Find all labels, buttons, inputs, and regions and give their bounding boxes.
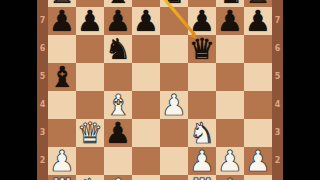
letterbox-left [0, 0, 37, 180]
square-a3[interactable] [48, 119, 76, 147]
square-c5[interactable] [104, 63, 132, 91]
square-f6[interactable]: ♛ [188, 35, 216, 63]
square-h3[interactable] [244, 119, 272, 147]
square-a1[interactable]: ♜ [48, 175, 76, 180]
black-knight-c6[interactable]: ♞ [105, 35, 131, 63]
rank-label-left-7: 7 [38, 16, 47, 26]
square-e6[interactable] [160, 35, 188, 63]
white-rook-a1[interactable]: ♜ [49, 175, 75, 180]
square-g6[interactable] [216, 35, 244, 63]
white-pawn-f2[interactable]: ♟ [189, 147, 215, 175]
black-pawn-d7[interactable]: ♟ [133, 7, 159, 35]
chessboard[interactable]: ♜♝♚♞♜♟♟♟♟♟♟♟♞♛♝♝♟♛♟♞♟♟♟♟♜♞♝♜♚ [48, 0, 272, 180]
square-e1[interactable] [160, 175, 188, 180]
black-pawn-c7[interactable]: ♟ [105, 7, 131, 35]
square-f7[interactable]: ♟ [188, 7, 216, 35]
rank-label-right-3: 3 [273, 128, 282, 138]
square-h5[interactable] [244, 63, 272, 91]
chessboard-area: ♜♝♚♞♜♟♟♟♟♟♟♟♞♛♝♝♟♛♟♞♟♟♟♟♜♞♝♜♚ 8877665544… [37, 0, 283, 180]
black-queen-f6[interactable]: ♛ [189, 35, 215, 63]
square-h4[interactable] [244, 91, 272, 119]
square-b2[interactable] [76, 147, 104, 175]
rank-label-left-2: 2 [38, 156, 47, 166]
square-h1[interactable] [244, 175, 272, 180]
square-e3[interactable] [160, 119, 188, 147]
black-bishop-a5[interactable]: ♝ [49, 63, 75, 91]
square-a2[interactable]: ♟ [48, 147, 76, 175]
rank-label-left-3: 3 [38, 128, 47, 138]
square-f2[interactable]: ♟ [188, 147, 216, 175]
square-c4[interactable]: ♝ [104, 91, 132, 119]
square-a5[interactable]: ♝ [48, 63, 76, 91]
square-c2[interactable] [104, 147, 132, 175]
square-e5[interactable] [160, 63, 188, 91]
square-f4[interactable] [188, 91, 216, 119]
rank-label-left-6: 6 [38, 44, 47, 54]
square-c1[interactable]: ♝ [104, 175, 132, 180]
black-pawn-a7[interactable]: ♟ [49, 7, 75, 35]
square-e7[interactable] [160, 7, 188, 35]
square-b4[interactable] [76, 91, 104, 119]
square-b6[interactable] [76, 35, 104, 63]
square-d6[interactable] [132, 35, 160, 63]
square-d4[interactable] [132, 91, 160, 119]
white-king-g1[interactable]: ♚ [217, 175, 243, 180]
white-pawn-e4[interactable]: ♟ [161, 91, 187, 119]
square-g7[interactable]: ♟ [216, 7, 244, 35]
white-bishop-c4[interactable]: ♝ [105, 91, 131, 119]
square-g5[interactable] [216, 63, 244, 91]
white-pawn-g2[interactable]: ♟ [217, 147, 243, 175]
square-a7[interactable]: ♟ [48, 7, 76, 35]
square-b5[interactable] [76, 63, 104, 91]
white-pawn-a2[interactable]: ♟ [49, 147, 75, 175]
square-a6[interactable] [48, 35, 76, 63]
rank-label-right-6: 6 [273, 44, 282, 54]
square-d5[interactable] [132, 63, 160, 91]
square-g3[interactable] [216, 119, 244, 147]
black-pawn-b7[interactable]: ♟ [77, 7, 103, 35]
square-b1[interactable]: ♞ [76, 175, 104, 180]
square-f1[interactable]: ♜ [188, 175, 216, 180]
rank-label-right-2: 2 [273, 156, 282, 166]
square-g1[interactable]: ♚ [216, 175, 244, 180]
rank-label-right-4: 4 [273, 100, 282, 110]
rank-label-left-4: 4 [38, 100, 47, 110]
square-e8[interactable]: ♚ [160, 0, 188, 7]
square-e4[interactable]: ♟ [160, 91, 188, 119]
white-bishop-c1[interactable]: ♝ [105, 175, 131, 180]
black-pawn-c3[interactable]: ♟ [105, 119, 131, 147]
white-knight-b1[interactable]: ♞ [77, 175, 103, 180]
black-pawn-f7[interactable]: ♟ [189, 7, 215, 35]
letterbox-right [283, 0, 320, 180]
black-king-e8[interactable]: ♚ [161, 0, 187, 7]
square-d2[interactable] [132, 147, 160, 175]
square-f5[interactable] [188, 63, 216, 91]
square-g2[interactable]: ♟ [216, 147, 244, 175]
square-b3[interactable]: ♛ [76, 119, 104, 147]
black-pawn-g7[interactable]: ♟ [217, 7, 243, 35]
square-e2[interactable] [160, 147, 188, 175]
square-h6[interactable] [244, 35, 272, 63]
square-c3[interactable]: ♟ [104, 119, 132, 147]
rank-label-left-5: 5 [38, 72, 47, 82]
screenshot: ♜♝♚♞♜♟♟♟♟♟♟♟♞♛♝♝♟♛♟♞♟♟♟♟♜♞♝♜♚ 8877665544… [0, 0, 320, 180]
square-d7[interactable]: ♟ [132, 7, 160, 35]
square-h2[interactable]: ♟ [244, 147, 272, 175]
square-h7[interactable]: ♟ [244, 7, 272, 35]
white-knight-f3[interactable]: ♞ [189, 119, 215, 147]
square-c7[interactable]: ♟ [104, 7, 132, 35]
black-pawn-h7[interactable]: ♟ [245, 7, 271, 35]
white-rook-f1[interactable]: ♜ [189, 175, 215, 180]
square-d1[interactable] [132, 175, 160, 180]
square-f3[interactable]: ♞ [188, 119, 216, 147]
square-b7[interactable]: ♟ [76, 7, 104, 35]
white-pawn-h2[interactable]: ♟ [245, 147, 271, 175]
rank-label-right-7: 7 [273, 16, 282, 26]
white-queen-b3[interactable]: ♛ [77, 119, 103, 147]
square-g4[interactable] [216, 91, 244, 119]
square-c6[interactable]: ♞ [104, 35, 132, 63]
square-d3[interactable] [132, 119, 160, 147]
rank-label-right-5: 5 [273, 72, 282, 82]
square-a4[interactable] [48, 91, 76, 119]
